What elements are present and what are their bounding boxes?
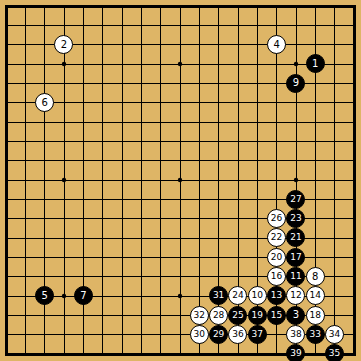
stone-move-13: 13: [267, 286, 286, 305]
stone-move-3: 3: [286, 306, 305, 325]
stone-move-20: 20: [267, 248, 286, 267]
stone-move-17: 17: [286, 248, 305, 267]
stone-move-23: 23: [286, 209, 305, 228]
stone-move-9: 9: [286, 74, 305, 93]
stone-move-31: 31: [209, 286, 228, 305]
stone-move-7: 7: [74, 286, 93, 305]
stone-move-36: 36: [228, 325, 247, 344]
stone-move-27: 27: [286, 190, 305, 209]
stone-move-12: 12: [286, 286, 305, 305]
go-board: 1234567891011121314151617181920212223242…: [0, 0, 361, 361]
stones-layer: 1234567891011121314151617181920212223242…: [0, 0, 361, 361]
stone-move-6: 6: [35, 93, 54, 112]
stone-move-32: 32: [190, 306, 209, 325]
stone-move-18: 18: [306, 306, 325, 325]
stone-move-29: 29: [209, 325, 228, 344]
stone-move-26: 26: [267, 209, 286, 228]
stone-move-33: 33: [306, 325, 325, 344]
stone-move-5: 5: [35, 286, 54, 305]
stone-move-35: 35: [325, 344, 344, 361]
stone-move-28: 28: [209, 306, 228, 325]
stone-move-14: 14: [306, 286, 325, 305]
stone-move-8: 8: [306, 267, 325, 286]
stone-move-39: 39: [286, 344, 305, 361]
stone-move-2: 2: [54, 35, 73, 54]
stone-move-10: 10: [248, 286, 267, 305]
stone-move-34: 34: [325, 325, 344, 344]
stone-move-16: 16: [267, 267, 286, 286]
stone-move-1: 1: [306, 54, 325, 73]
stone-move-30: 30: [190, 325, 209, 344]
stone-move-11: 11: [286, 267, 305, 286]
stone-move-15: 15: [267, 306, 286, 325]
stone-move-4: 4: [267, 35, 286, 54]
stone-move-25: 25: [228, 306, 247, 325]
stone-move-24: 24: [228, 286, 247, 305]
stone-move-21: 21: [286, 228, 305, 247]
stone-move-37: 37: [248, 325, 267, 344]
stone-move-19: 19: [248, 306, 267, 325]
stone-move-38: 38: [286, 325, 305, 344]
stone-move-22: 22: [267, 228, 286, 247]
